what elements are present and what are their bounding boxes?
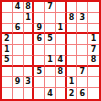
given-cell-r8c2: 9 — [13, 77, 24, 88]
given-cell-r9c8: 6 — [77, 88, 88, 99]
empty-cell-r8c8[interactable] — [77, 77, 88, 88]
given-cell-r8c7: 1 — [67, 77, 78, 88]
given-cell-r6c1: 5 — [2, 56, 13, 67]
given-cell-r8c3: 3 — [24, 77, 35, 88]
empty-cell-r7c9[interactable] — [88, 67, 99, 78]
empty-cell-r3c9[interactable] — [88, 24, 99, 35]
empty-cell-r5c4[interactable] — [34, 45, 45, 56]
empty-cell-r7c3[interactable] — [24, 67, 35, 78]
given-cell-r1c2: 4 — [13, 2, 24, 13]
empty-cell-r5c3[interactable] — [24, 45, 35, 56]
empty-cell-r5c6[interactable] — [56, 45, 67, 56]
given-cell-r2c8: 3 — [77, 13, 88, 24]
empty-cell-r6c3[interactable] — [24, 56, 35, 67]
given-cell-r2c7: 8 — [67, 13, 78, 24]
empty-cell-r2c4[interactable] — [34, 13, 45, 24]
empty-cell-r3c8[interactable] — [77, 24, 88, 35]
empty-cell-r5c5[interactable] — [45, 45, 56, 56]
empty-cell-r3c7[interactable] — [67, 24, 78, 35]
empty-cell-r4c7[interactable] — [67, 34, 78, 45]
empty-cell-r6c2[interactable] — [13, 56, 24, 67]
given-cell-r5c1: 1 — [2, 45, 13, 56]
empty-cell-r5c7[interactable] — [67, 45, 78, 56]
given-cell-r6c6: 4 — [56, 56, 67, 67]
empty-cell-r1c8[interactable] — [77, 2, 88, 13]
empty-cell-r7c1[interactable] — [2, 67, 13, 78]
empty-cell-r1c7[interactable] — [67, 2, 78, 13]
empty-cell-r8c6[interactable] — [56, 77, 67, 88]
empty-cell-r3c3[interactable] — [24, 24, 35, 35]
given-cell-r6c9: 8 — [88, 56, 99, 67]
empty-cell-r8c1[interactable] — [2, 77, 13, 88]
given-cell-r1c5: 7 — [45, 2, 56, 13]
empty-cell-r2c5[interactable] — [45, 13, 56, 24]
given-cell-r4c9: 1 — [88, 34, 99, 45]
empty-cell-r7c2[interactable] — [13, 67, 24, 78]
given-cell-r7c4: 5 — [34, 67, 45, 78]
empty-cell-r9c4[interactable] — [34, 88, 45, 99]
empty-cell-r8c5[interactable] — [45, 77, 56, 88]
empty-cell-r4c3[interactable] — [24, 34, 35, 45]
given-cell-r4c4: 6 — [34, 34, 45, 45]
given-cell-r2c3: 1 — [24, 13, 35, 24]
empty-cell-r4c2[interactable] — [13, 34, 24, 45]
empty-cell-r2c2[interactable] — [13, 13, 24, 24]
given-cell-r7c6: 8 — [56, 67, 67, 78]
empty-cell-r4c8[interactable] — [77, 34, 88, 45]
given-cell-r9c7: 2 — [67, 88, 78, 99]
empty-cell-r9c3[interactable] — [24, 88, 35, 99]
empty-cell-r5c8[interactable] — [77, 45, 88, 56]
empty-cell-r2c1[interactable] — [2, 13, 13, 24]
empty-cell-r7c7[interactable] — [67, 67, 78, 78]
empty-cell-r1c6[interactable] — [56, 2, 67, 13]
given-cell-r4c5: 5 — [45, 34, 56, 45]
empty-cell-r9c2[interactable] — [13, 88, 24, 99]
empty-cell-r1c1[interactable] — [2, 2, 13, 13]
empty-cell-r3c5[interactable] — [45, 24, 56, 35]
given-cell-r5c9: 7 — [88, 45, 99, 56]
empty-cell-r8c9[interactable] — [88, 77, 99, 88]
given-cell-r9c5: 4 — [45, 88, 56, 99]
empty-cell-r9c1[interactable] — [2, 88, 13, 99]
given-cell-r3c6: 1 — [56, 24, 67, 35]
empty-cell-r7c5[interactable] — [45, 67, 56, 78]
empty-cell-r6c4[interactable] — [34, 56, 45, 67]
empty-cell-r6c8[interactable] — [77, 56, 88, 67]
empty-cell-r9c6[interactable] — [56, 88, 67, 99]
empty-cell-r1c4[interactable] — [34, 2, 45, 13]
given-cell-r4c1: 2 — [2, 34, 13, 45]
empty-cell-r8c4[interactable] — [34, 77, 45, 88]
empty-cell-r6c7[interactable] — [67, 56, 78, 67]
empty-cell-r2c9[interactable] — [88, 13, 99, 24]
given-cell-r1c3: 8 — [24, 2, 35, 13]
empty-cell-r9c9[interactable] — [88, 88, 99, 99]
sudoku-board: 4871836912651175148587931426 — [0, 0, 101, 101]
empty-cell-r4c6[interactable] — [56, 34, 67, 45]
empty-cell-r5c2[interactable] — [13, 45, 24, 56]
empty-cell-r3c1[interactable] — [2, 24, 13, 35]
given-cell-r3c4: 9 — [34, 24, 45, 35]
empty-cell-r2c6[interactable] — [56, 13, 67, 24]
empty-cell-r1c9[interactable] — [88, 2, 99, 13]
given-cell-r6c5: 1 — [45, 56, 56, 67]
given-cell-r7c8: 7 — [77, 67, 88, 78]
given-cell-r3c2: 6 — [13, 24, 24, 35]
